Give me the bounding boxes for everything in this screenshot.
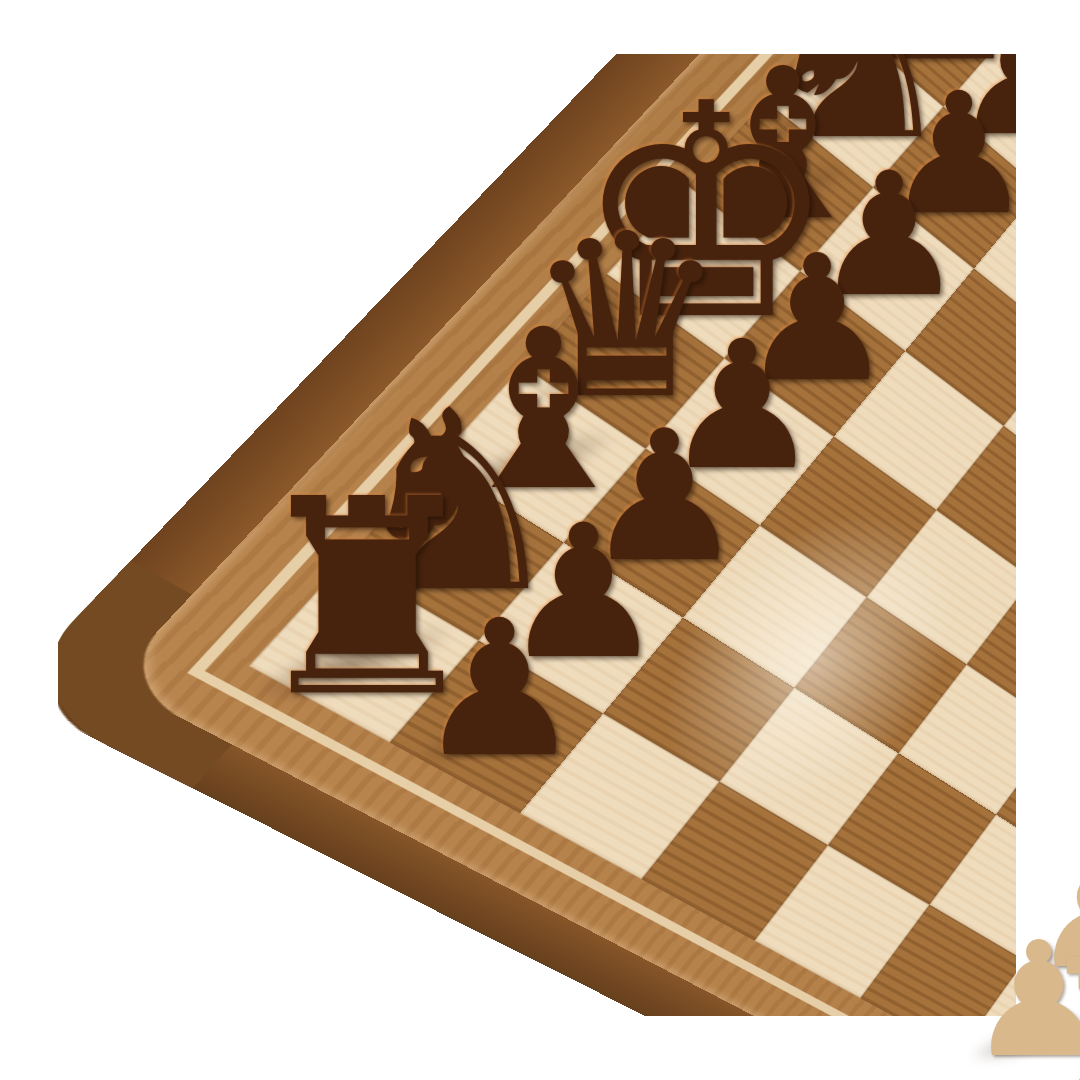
product-photo-scene: ♜♞♝♛♚♝♞♜♟♟♟♟♟♟♟♟♟♟♟♟♟♟♟♟♜♞♝♛♚♝♞♜ [0, 0, 1080, 1080]
photo-margin-top [0, 0, 1080, 54]
photo-margin-bottom [0, 1016, 1080, 1080]
piece-black-pawn[interactable]: ♟ [424, 596, 574, 784]
piece-white-rook[interactable]: ♜ [1042, 932, 1080, 1080]
photo-margin-left [0, 0, 58, 1080]
pieces-layer: ♜♞♝♛♚♝♞♜♟♟♟♟♟♟♟♟♟♟♟♟♟♟♟♟♜♞♝♛♚♝♞♜ [0, 0, 1080, 1080]
